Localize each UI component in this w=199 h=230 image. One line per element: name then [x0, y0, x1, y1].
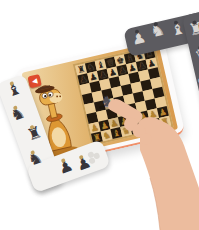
piece-cap-knob	[135, 29, 140, 34]
piece-cap-knob	[198, 45, 199, 50]
piece-cap-knob	[9, 81, 14, 86]
knight-icon: ♞	[101, 93, 114, 109]
piece-cap-knob	[30, 125, 35, 130]
piece-cap-knob	[13, 105, 18, 110]
tray-king-piece[interactable]: ♚	[195, 72, 199, 91]
piece-cap-knob	[154, 22, 159, 27]
piece-cap-knob	[79, 155, 84, 160]
held-physical-knight-piece[interactable]: ♞	[101, 94, 114, 108]
piece-cap-knob	[30, 150, 35, 155]
product-scene: ◀ ♜♞♝♛♚♝♞♜♟♟♟	[0, 0, 199, 230]
piece-cap-knob	[174, 20, 179, 25]
piece-cap-knob	[192, 20, 197, 25]
piece-cap-knob	[61, 158, 66, 163]
